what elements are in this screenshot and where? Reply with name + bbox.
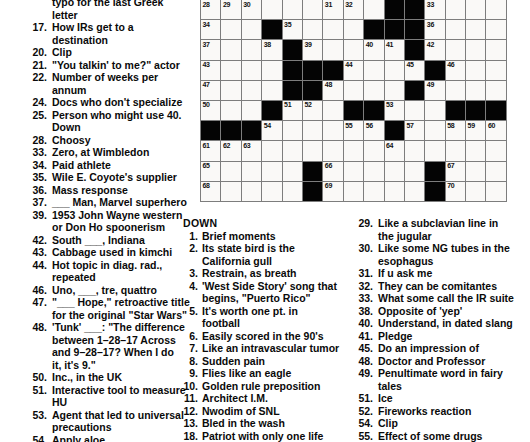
grid-cell[interactable]: [283, 182, 302, 201]
cell-number: 66: [325, 162, 332, 169]
cell-number: 37: [203, 41, 210, 48]
down-clue: 31.If u ask me: [330, 267, 530, 280]
cell-number: 34: [203, 21, 210, 28]
grid-cell[interactable]: [446, 40, 465, 59]
black-cell: [283, 61, 302, 80]
grid-cell[interactable]: [221, 20, 240, 39]
black-cell: [303, 182, 322, 201]
cell-number: 52: [304, 101, 311, 108]
down-clue: 7.Like an intravascular tumor: [155, 342, 355, 355]
clue-text: Person who might use 40. Down: [52, 109, 182, 134]
clue-number: 51.: [330, 392, 373, 405]
down-clue: 11.Architect I.M.: [155, 392, 355, 405]
down-clue: 12.Nwodim of SNL: [155, 405, 355, 418]
grid-cell[interactable]: [425, 121, 444, 140]
grid-cell[interactable]: 32: [344, 0, 363, 19]
black-cell: [283, 40, 302, 59]
cell-number: 44: [345, 61, 352, 68]
clue-text: Its state bird is the California gull: [202, 242, 295, 267]
grid-cell[interactable]: [405, 101, 424, 120]
clue-number: 29.: [330, 217, 373, 230]
clue-number: 49.: [330, 367, 373, 380]
grid-cell[interactable]: 55: [344, 121, 363, 140]
clue-text: Ice: [378, 392, 393, 404]
grid-cell[interactable]: 52: [303, 101, 322, 120]
grid-cell[interactable]: [283, 141, 302, 160]
clue-number: 8.: [155, 355, 198, 368]
grid-cell[interactable]: 31: [323, 0, 342, 19]
cell-number: 33: [427, 1, 434, 8]
clue-text: Hot topic in diag. rad., repeated: [52, 259, 162, 284]
down-clue: 40.Understand, in dated slang: [330, 317, 530, 330]
clue-number: 5.: [155, 305, 198, 318]
grid-cell[interactable]: 47: [201, 81, 220, 100]
grid-cell[interactable]: [466, 40, 485, 59]
clue-text: Patriot with only one life: [202, 430, 323, 442]
grid-cell[interactable]: [283, 162, 302, 181]
across-clue: 33.Zero, at Wimbledon: [0, 146, 192, 159]
cell-number: 42: [427, 41, 434, 48]
down-section-heading: DOWN: [183, 217, 217, 230]
across-clue: 25.Person who might use 40. Down: [0, 109, 192, 134]
down-clue: 10.Golden rule preposition: [155, 380, 355, 393]
grid-cell[interactable]: [466, 182, 485, 201]
down-clue: 45.Do an impression of: [330, 342, 530, 355]
down-clue: 9.Flies like an eagle: [155, 367, 355, 380]
grid-cell[interactable]: [466, 61, 485, 80]
clue-text: ___ Man, Marvel superhero: [52, 196, 187, 208]
grid-cell[interactable]: 33: [425, 0, 444, 19]
clue-number: 33.: [0, 146, 47, 159]
clue-text: Flies like an eagle: [202, 367, 291, 379]
cell-number: 65: [203, 162, 210, 169]
cell-number: 45: [406, 61, 413, 68]
grid-cell[interactable]: 48: [323, 81, 342, 100]
grid-cell[interactable]: 53: [385, 101, 404, 120]
grid-cell[interactable]: [242, 162, 261, 181]
grid-cell[interactable]: 43: [201, 61, 220, 80]
black-cell: [201, 121, 220, 140]
black-cell: [486, 101, 505, 120]
across-clue: 28.Choosy: [0, 134, 192, 147]
grid-cell[interactable]: [303, 121, 322, 140]
grid-cell[interactable]: [486, 40, 505, 59]
grid-cell[interactable]: 54: [262, 121, 281, 140]
grid-cell[interactable]: 57: [405, 121, 424, 140]
grid-cell[interactable]: [262, 81, 281, 100]
down-clue: 1.Brief moments: [155, 230, 355, 243]
grid-cell[interactable]: [303, 20, 322, 39]
black-cell: [221, 121, 240, 140]
cell-number: 48: [325, 81, 332, 88]
grid-cell[interactable]: 50: [201, 101, 220, 120]
grid-cell[interactable]: [405, 141, 424, 160]
clue-text: Clip: [378, 417, 398, 429]
clue-text: Do an impression of: [378, 342, 479, 354]
clue-number: 11.: [155, 392, 198, 405]
grid-cell[interactable]: [364, 61, 383, 80]
grid-cell[interactable]: [283, 121, 302, 140]
grid-cell[interactable]: [344, 81, 363, 100]
black-cell: [323, 61, 342, 80]
grid-cell[interactable]: [425, 101, 444, 120]
grid-cell[interactable]: 51: [283, 101, 302, 120]
cell-number: 58: [447, 122, 454, 129]
grid-cell[interactable]: [242, 20, 261, 39]
black-cell: [385, 20, 404, 39]
down-clue: 49.Penultimate word in fairy tales: [330, 367, 530, 392]
clue-number: 46.: [0, 284, 47, 297]
clue-number: 48.: [330, 355, 373, 368]
black-cell: [303, 162, 322, 181]
clue-text: Like a subclavian line in the jugular: [378, 217, 498, 242]
clue-text: Sudden pain: [202, 355, 265, 367]
clue-number: 18.: [155, 430, 198, 442]
clue-text: Like some NG tubes in the esophagus: [378, 242, 510, 267]
grid-cell[interactable]: 62: [221, 141, 240, 160]
clue-number: 55.: [330, 430, 373, 442]
cell-number: 61: [203, 142, 210, 149]
grid-cell[interactable]: [242, 40, 261, 59]
down-clue: 55.Effect of some drugs: [330, 430, 530, 442]
grid-cell[interactable]: [221, 40, 240, 59]
grid-cell[interactable]: [486, 81, 505, 100]
clue-number: 2.: [155, 242, 198, 255]
cell-number: 38: [264, 41, 271, 48]
grid-cell[interactable]: 69: [323, 182, 342, 201]
clue-text: Mass response: [52, 184, 128, 196]
grid-cell[interactable]: 67: [446, 162, 465, 181]
grid-cell[interactable]: [385, 162, 404, 181]
grid-cell[interactable]: 70: [446, 182, 465, 201]
clue-text: typo for the last Greek letter: [52, 0, 163, 21]
grid-cell[interactable]: 34: [201, 20, 220, 39]
down-clue: 32.They can be comitantes: [330, 280, 530, 293]
grid-cell[interactable]: 28: [201, 0, 220, 19]
clue-number: 54.: [0, 434, 47, 442]
across-clue: typo for the last Greek letter: [0, 0, 192, 21]
grid-cell[interactable]: [486, 0, 505, 19]
grid-cell[interactable]: 68: [201, 182, 220, 201]
clue-number: 43.: [0, 246, 47, 259]
clue-number: 47.: [0, 296, 47, 309]
cell-number: 55: [345, 122, 352, 129]
clue-text: Effect of some drugs: [378, 430, 482, 442]
grid-cell[interactable]: [466, 20, 485, 39]
down-clue: 41.Pledge: [330, 330, 530, 343]
grid-cell[interactable]: 39: [303, 40, 322, 59]
cell-number: 50: [203, 101, 210, 108]
clue-text: What some call the IR suite: [378, 292, 514, 304]
clue-text: Nwodim of SNL: [202, 405, 280, 417]
black-cell: [364, 20, 383, 39]
black-cell: [364, 101, 383, 120]
cell-number: 49: [427, 81, 434, 88]
grid-cell[interactable]: [385, 182, 404, 201]
grid-cell[interactable]: 58: [446, 121, 465, 140]
clue-number: 10.: [155, 380, 198, 393]
black-cell: [262, 101, 281, 120]
clue-number: 22.: [0, 71, 47, 84]
grid-cell[interactable]: 29: [221, 0, 240, 19]
grid-cell[interactable]: [221, 101, 240, 120]
grid-cell[interactable]: [221, 162, 240, 181]
grid-cell[interactable]: [446, 141, 465, 160]
black-cell: [405, 81, 424, 100]
grid-cell[interactable]: [364, 0, 383, 19]
black-cell: [446, 101, 465, 120]
down-clue: 8.Sudden pain: [155, 355, 355, 368]
down-clue: 52.Fireworks reaction: [330, 405, 530, 418]
cell-number: 43: [203, 61, 210, 68]
grid-cell[interactable]: [242, 101, 261, 120]
clue-text: Docs who don't specialize: [52, 96, 182, 108]
clue-number: 20.: [0, 46, 47, 59]
across-clue: 34.Paid athlete: [0, 159, 192, 172]
cell-number: 51: [284, 101, 291, 108]
cell-number: 59: [468, 122, 475, 129]
down-clue: 51.Ice: [330, 392, 530, 405]
grid-cell[interactable]: [425, 141, 444, 160]
grid-cell[interactable]: [262, 61, 281, 80]
cell-number: 35: [284, 21, 291, 28]
clue-number: 37.: [0, 196, 47, 209]
grid-cell[interactable]: [486, 182, 505, 201]
clue-number: 13.: [155, 417, 198, 430]
black-cell: [405, 0, 424, 19]
grid-cell[interactable]: [262, 141, 281, 160]
grid-cell[interactable]: [242, 61, 261, 80]
grid-cell[interactable]: [486, 141, 505, 160]
cell-number: 31: [325, 1, 332, 8]
cell-number: 41: [386, 41, 393, 48]
black-cell: [242, 121, 261, 140]
crossword-grid: 2829303132333435363738394041424344454647…: [200, 0, 507, 202]
grid-cell[interactable]: [405, 162, 424, 181]
clue-number: 31.: [330, 267, 373, 280]
grid-cell[interactable]: [364, 162, 383, 181]
clue-text: Zero, at Wimbledon: [52, 146, 149, 158]
cell-number: 69: [325, 182, 332, 189]
grid-cell[interactable]: [242, 182, 261, 201]
clue-number: 25.: [0, 109, 47, 122]
clue-number: 53.: [0, 409, 47, 422]
clue-number: 51.: [0, 384, 47, 397]
clue-text: Clip: [52, 46, 72, 58]
grid-cell[interactable]: 61: [201, 141, 220, 160]
grid-cell[interactable]: 35: [283, 20, 302, 39]
cell-number: 53: [386, 101, 393, 108]
grid-cell[interactable]: 44: [344, 61, 363, 80]
black-cell: [385, 0, 404, 19]
grid-cell[interactable]: [221, 81, 240, 100]
clue-number: 17.: [0, 21, 47, 34]
grid-cell[interactable]: 65: [201, 162, 220, 181]
black-cell: [425, 162, 444, 181]
grid-cell[interactable]: 64: [385, 141, 404, 160]
cell-number: 67: [447, 162, 454, 169]
clue-number: 33.: [330, 292, 373, 305]
down-clue: 13.Bled in the wash: [155, 417, 355, 430]
grid-cell[interactable]: 49: [425, 81, 444, 100]
grid-cell[interactable]: [323, 141, 342, 160]
clue-number: 50.: [0, 371, 47, 384]
grid-cell[interactable]: [344, 20, 363, 39]
down-clue: 2.Its state bird is the California gull: [155, 242, 355, 267]
clue-text: Inc., in the UK: [52, 371, 122, 383]
grid-cell[interactable]: [221, 61, 240, 80]
clue-number: 32.: [330, 280, 373, 293]
across-clue: 22.Number of weeks per annum: [0, 71, 192, 96]
grid-cell[interactable]: [262, 182, 281, 201]
grid-cell[interactable]: [405, 182, 424, 201]
cell-number: 62: [223, 142, 230, 149]
clue-text: Pledge: [378, 330, 412, 342]
down-clue: 30.Like some NG tubes in the esophagus: [330, 242, 530, 267]
clue-text: Apply aloe: [52, 434, 105, 442]
black-cell: [262, 20, 281, 39]
grid-cell[interactable]: [303, 0, 322, 19]
grid-cell[interactable]: [221, 182, 240, 201]
grid-cell[interactable]: 30: [242, 0, 261, 19]
clue-text: Easily scored in the 90's: [202, 330, 324, 342]
clue-text: Choosy: [52, 134, 91, 146]
clue-number: 42.: [0, 234, 47, 247]
grid-cell[interactable]: [344, 141, 363, 160]
clue-text: Doctor and Professor: [378, 355, 485, 367]
grid-cell[interactable]: [466, 162, 485, 181]
down-clue: 54.Clip: [330, 417, 530, 430]
clue-text: 'West Side Story' song that begins, "Pue…: [202, 280, 337, 305]
clue-text: It's worth one pt. in football: [202, 305, 298, 330]
cell-number: 29: [223, 1, 230, 8]
grid-cell[interactable]: 45: [405, 61, 424, 80]
clue-text: Uno, ___, tre, quattro: [52, 284, 157, 296]
across-clue: 24.Docs who don't specialize: [0, 96, 192, 109]
grid-cell[interactable]: [486, 61, 505, 80]
grid-cell[interactable]: [446, 20, 465, 39]
grid-cell[interactable]: [323, 121, 342, 140]
clue-number: 36.: [0, 184, 47, 197]
grid-cell[interactable]: 63: [242, 141, 261, 160]
grid-cell[interactable]: [385, 61, 404, 80]
grid-cell[interactable]: 59: [466, 121, 485, 140]
cell-number: 47: [203, 81, 210, 88]
clue-text: "You talkin' to me?" actor: [52, 59, 180, 71]
across-clue: 37.___ Man, Marvel superhero: [0, 196, 192, 209]
clue-text: Understand, in dated slang: [378, 317, 513, 329]
grid-cell[interactable]: 42: [425, 40, 444, 59]
grid-cell[interactable]: [323, 20, 342, 39]
down-clue: 38.Opposite of 'yep': [330, 305, 530, 318]
grid-cell[interactable]: [344, 182, 363, 201]
cell-number: 28: [203, 1, 210, 8]
grid-cell[interactable]: [323, 101, 342, 120]
clue-text: South ___, Indiana: [52, 234, 145, 246]
grid-cell[interactable]: [364, 141, 383, 160]
across-clue: 35.Wile E. Coyote's supplier: [0, 171, 192, 184]
grid-cell[interactable]: [486, 162, 505, 181]
black-cell: [344, 101, 363, 120]
cell-number: 70: [447, 182, 454, 189]
grid-cell[interactable]: [344, 162, 363, 181]
cell-number: 54: [264, 122, 271, 129]
grid-cell[interactable]: 66: [323, 162, 342, 181]
grid-cell[interactable]: [466, 81, 485, 100]
black-cell: [425, 61, 444, 80]
grid-cell[interactable]: 38: [262, 40, 281, 59]
clue-number: 52.: [330, 405, 373, 418]
grid-cell[interactable]: [262, 162, 281, 181]
black-cell: [283, 81, 302, 100]
grid-cell[interactable]: [466, 141, 485, 160]
clue-number: 1.: [155, 230, 198, 243]
grid-cell[interactable]: [364, 182, 383, 201]
grid-cell[interactable]: [283, 0, 302, 19]
cell-number: 32: [345, 1, 352, 8]
clue-number: 24.: [0, 96, 47, 109]
grid-cell[interactable]: [242, 81, 261, 100]
grid-cell[interactable]: 40: [364, 40, 383, 59]
down-clues-column-1: 1.Brief moments2.Its state bird is the C…: [155, 230, 355, 442]
across-clue: 21."You talkin' to me?" actor: [0, 59, 192, 72]
grid-cell[interactable]: [486, 20, 505, 39]
clue-text: Paid athlete: [52, 159, 111, 171]
grid-cell[interactable]: [344, 40, 363, 59]
clue-number: 54.: [330, 417, 373, 430]
clue-number: 12.: [155, 405, 198, 418]
grid-cell[interactable]: [364, 81, 383, 100]
grid-cell[interactable]: [466, 0, 485, 19]
grid-cell[interactable]: 41: [385, 40, 404, 59]
grid-cell[interactable]: 46: [446, 61, 465, 80]
across-clue: 36.Mass response: [0, 184, 192, 197]
grid-cell[interactable]: 60: [486, 121, 505, 140]
grid-cell[interactable]: [446, 81, 465, 100]
clue-text: Fireworks reaction: [378, 405, 471, 417]
clue-number: 40.: [330, 317, 373, 330]
down-clue: 18.Patriot with only one life: [155, 430, 355, 442]
black-cell: [425, 182, 444, 201]
cell-number: 68: [203, 182, 210, 189]
down-clue: 33.What some call the IR suite: [330, 292, 530, 305]
across-clue: 17.How IRs get to a destination: [0, 21, 192, 46]
cell-number: 64: [386, 142, 393, 149]
clue-text: Wile E. Coyote's supplier: [52, 171, 177, 183]
grid-cell[interactable]: [385, 81, 404, 100]
grid-cell[interactable]: [323, 40, 342, 59]
grid-cell[interactable]: 56: [364, 121, 383, 140]
cell-number: 63: [243, 142, 250, 149]
down-clue: 5.It's worth one pt. in football: [155, 305, 355, 330]
grid-cell[interactable]: [446, 0, 465, 19]
clue-number: 3.: [155, 267, 198, 280]
down-clues-column-2: 29.Like a subclavian line in the jugular…: [330, 217, 530, 442]
grid-cell[interactable]: [303, 141, 322, 160]
down-clue: 29.Like a subclavian line in the jugular: [330, 217, 530, 242]
clue-text: If u ask me: [378, 267, 432, 279]
clue-number: 21.: [0, 59, 47, 72]
grid-cell[interactable]: [262, 0, 281, 19]
clue-number: 34.: [0, 159, 47, 172]
down-clue: 6.Easily scored in the 90's: [155, 330, 355, 343]
clue-number: 9.: [155, 367, 198, 380]
grid-cell[interactable]: 37: [201, 40, 220, 59]
clue-number: 28.: [0, 134, 47, 147]
grid-cell[interactable]: 36: [425, 20, 444, 39]
clue-text: Architect I.M.: [202, 392, 268, 404]
clue-number: 4.: [155, 280, 198, 293]
